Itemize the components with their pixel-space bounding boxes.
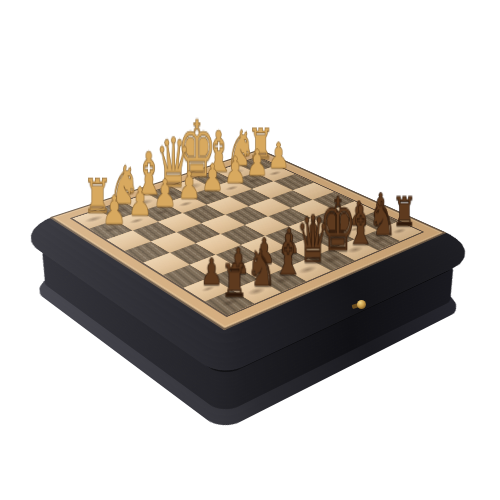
black-pawn-icon: ♟ — [74, 192, 154, 232]
product-photo: ♜♞♝♛♚♝♞♜♟♟♟♟♟♟♟♟♟♟♟♟♟♟♟♟♜♞♝♛♚♝♞♜ — [0, 0, 500, 500]
chess-set-scene: ♜♞♝♛♚♝♞♜♟♟♟♟♟♟♟♟♟♟♟♟♟♟♟♟♜♞♝♛♚♝♞♜ — [0, 0, 500, 500]
white-rook-icon: ♜ — [188, 260, 279, 305]
knob-ball-icon — [357, 300, 366, 309]
drawer-knob — [350, 298, 370, 312]
